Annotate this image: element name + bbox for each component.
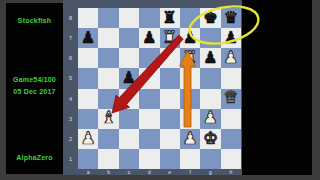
rank-label-8: 8 [63, 8, 78, 28]
square-f1[interactable] [180, 149, 200, 169]
rank-label-5: 5 [63, 68, 78, 88]
square-g1[interactable] [200, 149, 220, 169]
white-rook-e7[interactable]: ♜ [162, 29, 177, 46]
white-pawn-h6[interactable]: ♟ [223, 50, 238, 67]
square-e3[interactable] [160, 109, 180, 129]
game-date-label: 05 Dec 2017 [6, 88, 63, 95]
square-a7[interactable]: ♟ [78, 28, 98, 48]
white-rook-f6[interactable]: ♜ [183, 50, 198, 67]
white-pawn-f2[interactable]: ♟ [183, 130, 198, 147]
file-label-a: a [78, 169, 98, 175]
white-pawn-a2[interactable]: ♟ [81, 130, 96, 147]
file-label-g: g [200, 169, 220, 175]
square-c8[interactable] [119, 8, 139, 28]
square-b1[interactable] [98, 149, 118, 169]
square-c6[interactable] [119, 48, 139, 68]
black-pawn-h7[interactable]: ♟ [223, 29, 238, 46]
square-h3[interactable] [221, 109, 241, 129]
square-e1[interactable] [160, 149, 180, 169]
square-f7[interactable]: ♟ [180, 28, 200, 48]
square-h5[interactable] [221, 68, 241, 88]
square-e7[interactable]: ♜ [160, 28, 180, 48]
square-a2[interactable]: ♟ [78, 129, 98, 149]
square-h8[interactable]: ♛ [221, 8, 241, 28]
square-a3[interactable] [78, 109, 98, 129]
square-b4[interactable] [98, 89, 118, 109]
file-label-d: d [139, 169, 159, 175]
square-a1[interactable] [78, 149, 98, 169]
rank-labels: 87654321 [63, 8, 78, 169]
file-label-f: f [180, 169, 200, 175]
square-e6[interactable] [160, 48, 180, 68]
square-f4[interactable] [180, 89, 200, 109]
square-e8[interactable]: ♜ [160, 8, 180, 28]
black-queen-h8[interactable]: ♛ [223, 9, 238, 26]
square-d4[interactable] [139, 89, 159, 109]
square-c7[interactable] [119, 28, 139, 48]
square-d8[interactable] [139, 8, 159, 28]
square-d1[interactable] [139, 149, 159, 169]
rank-label-6: 6 [63, 48, 78, 68]
square-h4[interactable]: ♛ [221, 89, 241, 109]
board-grid: ♜♚♛♟♟♜♟♟♜♟♟♟♛♝♟♟♟♚ [78, 8, 241, 169]
square-b7[interactable] [98, 28, 118, 48]
square-g3[interactable]: ♟ [200, 109, 220, 129]
square-g4[interactable] [200, 89, 220, 109]
white-king-g2[interactable]: ♚ [203, 130, 218, 147]
square-e4[interactable] [160, 89, 180, 109]
square-a8[interactable] [78, 8, 98, 28]
square-d5[interactable] [139, 68, 159, 88]
rank-label-7: 7 [63, 28, 78, 48]
square-g6[interactable]: ♟ [200, 48, 220, 68]
square-d3[interactable] [139, 109, 159, 129]
square-d6[interactable] [139, 48, 159, 68]
square-f2[interactable]: ♟ [180, 129, 200, 149]
square-a4[interactable] [78, 89, 98, 109]
right-blank-panel [242, 0, 312, 175]
square-b5[interactable] [98, 68, 118, 88]
square-h1[interactable] [221, 149, 241, 169]
white-bishop-b3[interactable]: ♝ [101, 110, 116, 127]
file-label-h: h [221, 169, 241, 175]
square-b6[interactable] [98, 48, 118, 68]
square-d7[interactable]: ♟ [139, 28, 159, 48]
black-pawn-f7[interactable]: ♟ [183, 29, 198, 46]
square-f3[interactable] [180, 109, 200, 129]
game-number-label: Game54/100 [6, 76, 63, 83]
rank-label-4: 4 [63, 89, 78, 109]
white-queen-h4[interactable]: ♛ [223, 90, 238, 107]
rank-label-3: 3 [63, 109, 78, 129]
square-e2[interactable] [160, 129, 180, 149]
square-f6[interactable]: ♜ [180, 48, 200, 68]
square-e5[interactable] [160, 68, 180, 88]
file-label-c: c [119, 169, 139, 175]
player-name-white: AlphaZero [6, 154, 63, 161]
square-c2[interactable] [119, 129, 139, 149]
black-rook-e8[interactable]: ♜ [162, 9, 177, 26]
square-c4[interactable] [119, 89, 139, 109]
square-c1[interactable] [119, 149, 139, 169]
black-pawn-a7[interactable]: ♟ [81, 29, 96, 46]
square-h7[interactable]: ♟ [221, 28, 241, 48]
black-pawn-d7[interactable]: ♟ [142, 29, 157, 46]
square-h6[interactable]: ♟ [221, 48, 241, 68]
file-label-e: e [160, 169, 180, 175]
chess-board: 87654321 ♜♚♛♟♟♜♟♟♜♟♟♟♛♝♟♟♟♚ abcdefgh [63, 0, 242, 175]
square-g7[interactable] [200, 28, 220, 48]
square-d2[interactable] [139, 129, 159, 149]
square-b3[interactable]: ♝ [98, 109, 118, 129]
black-pawn-c5[interactable]: ♟ [122, 70, 137, 87]
square-g8[interactable]: ♚ [200, 8, 220, 28]
rank-label-1: 1 [63, 149, 78, 169]
square-g5[interactable] [200, 68, 220, 88]
square-c5[interactable]: ♟ [119, 68, 139, 88]
square-b8[interactable] [98, 8, 118, 28]
square-f8[interactable] [180, 8, 200, 28]
square-h2[interactable] [221, 129, 241, 149]
square-a6[interactable] [78, 48, 98, 68]
rank-label-2: 2 [63, 129, 78, 149]
square-g2[interactable]: ♚ [200, 129, 220, 149]
file-labels: abcdefgh [78, 169, 241, 175]
file-label-b: b [98, 169, 118, 175]
square-a5[interactable] [78, 68, 98, 88]
black-king-g8[interactable]: ♚ [203, 9, 218, 26]
black-pawn-g6[interactable]: ♟ [203, 50, 218, 67]
square-b2[interactable] [98, 129, 118, 149]
left-info-panel: Stockfish Game54/100 05 Dec 2017 AlphaZe… [6, 3, 63, 174]
square-f5[interactable] [180, 68, 200, 88]
player-name-black: Stockfish [6, 17, 63, 24]
square-c3[interactable] [119, 109, 139, 129]
white-pawn-g3[interactable]: ♟ [203, 110, 218, 127]
